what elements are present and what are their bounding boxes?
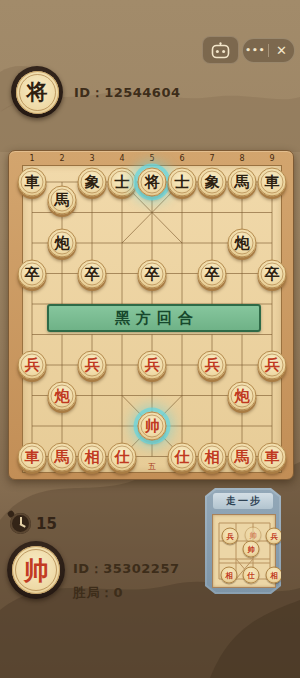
mini-piece-相: 相 [221, 567, 238, 584]
player-piece-face: 帅 [12, 546, 60, 594]
piece-black-卒-f9r7[interactable]: 卒 [258, 259, 287, 288]
file-label-top-7: 7 [209, 154, 214, 164]
hint-panel[interactable]: 走一步 兵帅兵帅相仕相 [205, 488, 281, 594]
close-button[interactable]: ✕ [269, 40, 294, 61]
file-label-top-3: 3 [89, 154, 94, 164]
piece-black-象-f3r10[interactable]: 象 [78, 168, 107, 197]
piece-black-士-f4r10[interactable]: 士 [108, 168, 137, 197]
piece-red-車-f1r1[interactable]: 車 [18, 442, 47, 471]
move-timer: 15 [10, 513, 57, 534]
piece-black-馬-f2r9[interactable]: 馬 [48, 185, 77, 214]
hint-title: 走一步 [213, 493, 273, 509]
miniapp-capsule: ••• ✕ [242, 38, 295, 63]
piece-red-兵-f5r4[interactable]: 兵 [138, 351, 167, 380]
gamepad-icon [211, 42, 230, 59]
mini-piece-仕: 仕 [243, 567, 260, 584]
file-label-top-9: 9 [269, 154, 274, 164]
piece-red-相-f3r1[interactable]: 相 [78, 442, 107, 471]
piece-black-車-f1r10[interactable]: 車 [18, 168, 47, 197]
more-menu-button[interactable]: ••• [243, 40, 268, 61]
hint-mini-board: 兵帅兵帅相仕相 [212, 514, 276, 588]
piece-red-兵-f3r4[interactable]: 兵 [78, 351, 107, 380]
piece-red-炮-f2r3[interactable]: 炮 [48, 381, 77, 410]
board-field[interactable]: 九八七六五四三二一 黑方回合 車象士将士象馬車馬炮炮卒卒卒卒卒兵兵兵兵兵炮炮帅車… [22, 165, 282, 473]
file-labels-top: 123456789 [9, 154, 293, 164]
file-label-top-6: 6 [179, 154, 184, 164]
player-avatar-badge: 帅 [7, 541, 65, 599]
piece-black-炮-f8r8[interactable]: 炮 [228, 229, 257, 258]
opponent-id: ID：12544604 [74, 84, 181, 102]
piece-black-車-f9r10[interactable]: 車 [258, 168, 287, 197]
file-label-top-8: 8 [239, 154, 244, 164]
piece-black-卒-f7r7[interactable]: 卒 [198, 259, 227, 288]
clock-icon [10, 513, 31, 534]
piece-black-卒-f3r7[interactable]: 卒 [78, 259, 107, 288]
file-label-top-2: 2 [59, 154, 64, 164]
piece-red-仕-f6r1[interactable]: 仕 [168, 442, 197, 471]
file-label-top-5: 5 [149, 154, 154, 164]
piece-red-兵-f1r4[interactable]: 兵 [18, 351, 47, 380]
opponent-piece-face: 将 [16, 71, 59, 114]
opponent-badge-char: 将 [19, 74, 56, 111]
piece-red-車-f9r1[interactable]: 車 [258, 442, 287, 471]
opponent-avatar-badge: 将 [11, 66, 63, 118]
file-label-top-4: 4 [119, 154, 124, 164]
mini-piece-相: 相 [266, 567, 283, 584]
timer-value: 15 [36, 515, 57, 533]
mini-piece-兵: 兵 [222, 528, 239, 545]
piece-black-卒-f5r7[interactable]: 卒 [138, 259, 167, 288]
file-label-top-1: 1 [29, 154, 34, 164]
piece-black-士-f6r10[interactable]: 士 [168, 168, 197, 197]
piece-red-相-f7r1[interactable]: 相 [198, 442, 227, 471]
piece-black-象-f7r10[interactable]: 象 [198, 168, 227, 197]
piece-red-炮-f8r3[interactable]: 炮 [228, 381, 257, 410]
piece-black-卒-f1r7[interactable]: 卒 [18, 259, 47, 288]
piece-black-馬-f8r10[interactable]: 馬 [228, 168, 257, 197]
xiangqi-game-screen: { "game": "xiangqi", "position": { "fen"… [0, 0, 300, 678]
ai-robot-button[interactable] [202, 36, 239, 64]
xiangqi-board: 123456789 九八七六五四三二一 黑方回合 車象士将士象馬車馬炮炮卒卒卒卒… [8, 150, 294, 480]
piece-red-馬-f8r1[interactable]: 馬 [228, 442, 257, 471]
piece-red-帅-f5r2[interactable]: 帅 [138, 412, 167, 441]
player-id: ID：35302257 [73, 560, 180, 578]
piece-black-将-f5r10[interactable]: 将 [138, 168, 167, 197]
piece-red-兵-f9r4[interactable]: 兵 [258, 351, 287, 380]
piece-red-兵-f7r4[interactable]: 兵 [198, 351, 227, 380]
player-wins: 胜局：0 [73, 584, 123, 602]
mini-piece-帅: 帅 [243, 541, 260, 558]
piece-black-炮-f2r8[interactable]: 炮 [48, 229, 77, 258]
piece-red-仕-f4r1[interactable]: 仕 [108, 442, 137, 471]
mini-piece-兵: 兵 [266, 528, 283, 545]
piece-red-馬-f2r1[interactable]: 馬 [48, 442, 77, 471]
player-badge-char: 帅 [15, 549, 57, 591]
turn-banner: 黑方回合 [47, 304, 261, 332]
